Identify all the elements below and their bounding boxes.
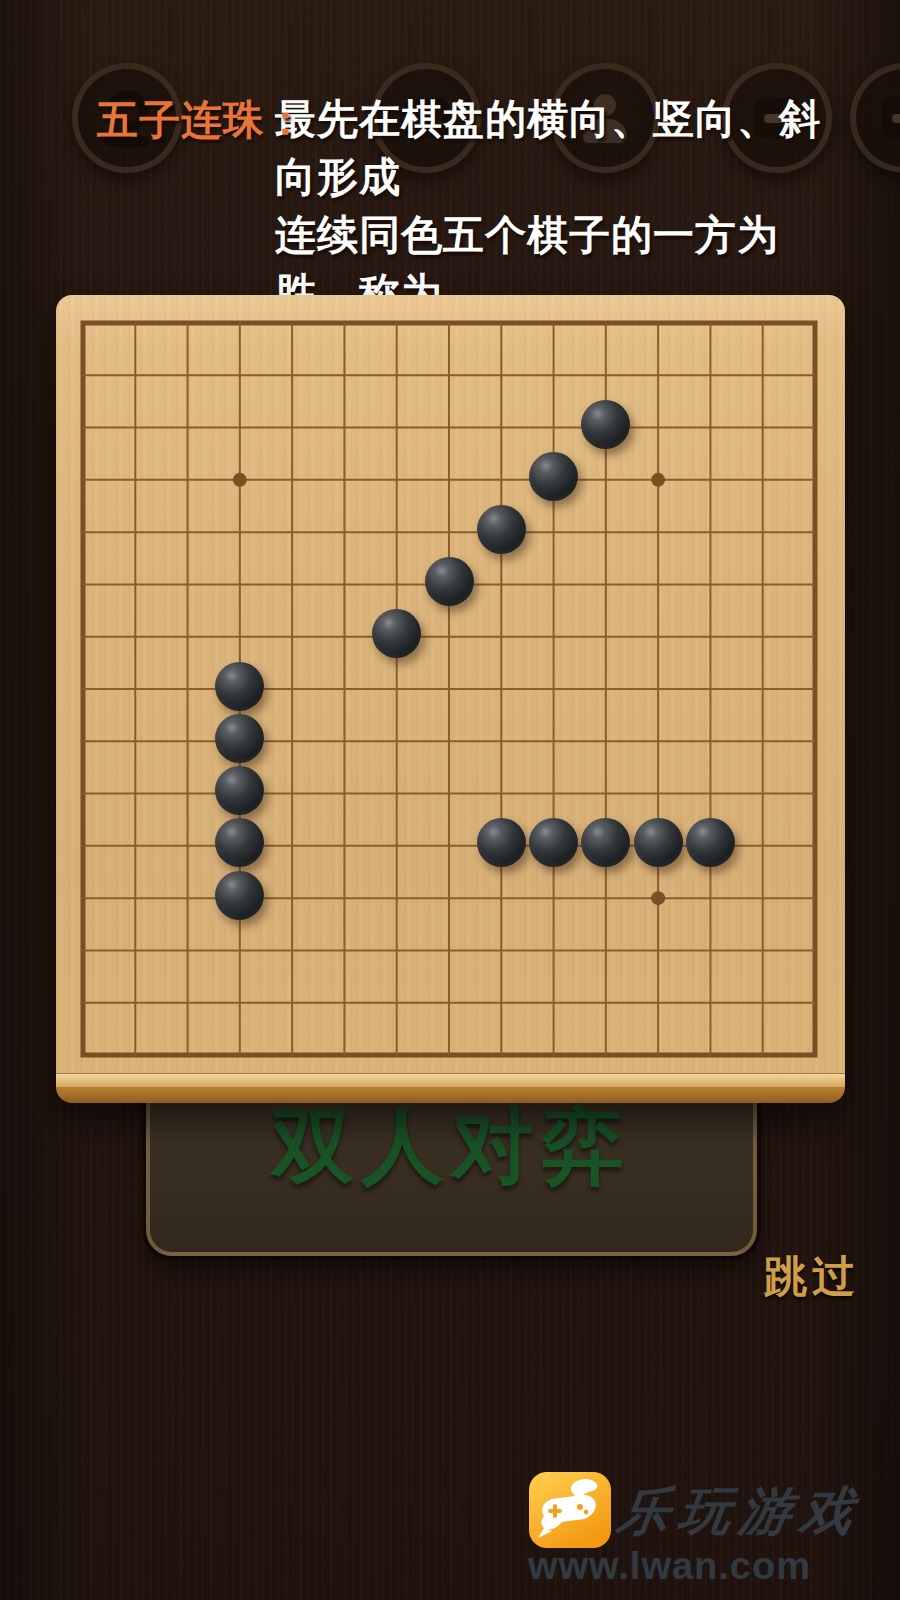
dimmed-menu-button-5 (850, 63, 900, 173)
brand-name: 乐玩游戏 (613, 1477, 867, 1547)
brand-url: www.lwan.com (528, 1545, 811, 1588)
board-edge-side (56, 1087, 845, 1103)
footer-watermark: 乐玩游戏 www.lwan.com (528, 1469, 868, 1584)
lwan-gamepad-icon (528, 1471, 612, 1549)
black-stone (215, 714, 264, 763)
black-stone (477, 505, 526, 554)
tutorial-line-1: 最先在棋盘的横向、竖向、斜向形成 (275, 90, 827, 206)
star-point (651, 891, 665, 905)
skip-button[interactable]: 跳过 (752, 1248, 872, 1306)
board-edge-highlight (56, 1073, 845, 1087)
black-stone (425, 557, 474, 606)
two-player-button-label: 双人对弈 (272, 1092, 632, 1202)
black-stone (215, 662, 264, 711)
black-stone (634, 818, 683, 867)
black-stone (215, 871, 264, 920)
card-icon-2 (882, 97, 900, 139)
tutorial-term-label: 五子连珠： (97, 93, 307, 148)
black-stone (477, 818, 526, 867)
board-grid (80, 320, 818, 1058)
gomoku-board[interactable] (56, 295, 845, 1103)
star-point (233, 473, 247, 487)
star-point (651, 473, 665, 487)
black-stone (686, 818, 735, 867)
